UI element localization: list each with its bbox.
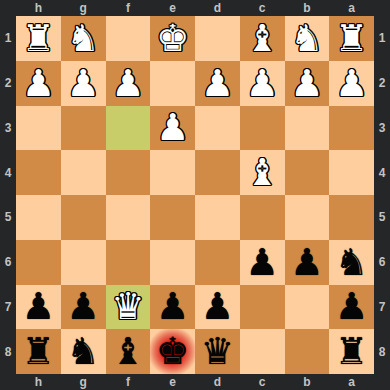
piece-white-pawn-c2[interactable]: ♟ (246, 65, 279, 102)
square-f5[interactable] (106, 195, 151, 240)
piece-white-pawn-d2[interactable]: ♟ (201, 65, 234, 102)
square-f2[interactable]: ♟ (106, 61, 151, 106)
file-label-b: b (285, 374, 330, 390)
piece-black-pawn-b6[interactable]: ♟ (290, 244, 323, 281)
file-labels-top: hgfedcba (16, 0, 374, 16)
rank-label-4: 4 (0, 150, 16, 195)
square-g6[interactable] (61, 240, 106, 285)
square-f7[interactable]: ♛ (106, 285, 151, 330)
chess-board-frame: hgfedcba 12345678 ♜♞♚♝♞♜♟♟♟♟♟♟♟♟♝♟♟♞♟♟♛♟… (0, 0, 390, 390)
square-f1[interactable] (106, 16, 151, 61)
piece-black-pawn-c6[interactable]: ♟ (246, 244, 279, 281)
piece-white-pawn-a2[interactable]: ♟ (335, 65, 368, 102)
square-b8[interactable] (285, 329, 330, 374)
square-a2[interactable]: ♟ (329, 61, 374, 106)
square-a6[interactable]: ♞ (329, 240, 374, 285)
square-c2[interactable]: ♟ (240, 61, 285, 106)
square-b4[interactable] (285, 150, 330, 195)
piece-white-pawn-g2[interactable]: ♟ (67, 65, 100, 102)
square-f6[interactable] (106, 240, 151, 285)
square-d7[interactable]: ♟ (195, 285, 240, 330)
square-d1[interactable] (195, 16, 240, 61)
square-h6[interactable] (16, 240, 61, 285)
rank-labels-left: 12345678 (0, 16, 16, 374)
piece-white-pawn-f2[interactable]: ♟ (111, 65, 144, 102)
file-label-f: f (106, 0, 151, 16)
square-g7[interactable]: ♟ (61, 285, 106, 330)
square-b5[interactable] (285, 195, 330, 240)
file-label-c: c (240, 0, 285, 16)
piece-white-knight-b1[interactable]: ♞ (290, 20, 323, 57)
rank-label-5: 5 (0, 195, 16, 240)
rank-labels-right: 12345678 (374, 16, 390, 374)
square-h1[interactable]: ♜ (16, 16, 61, 61)
piece-black-rook-h8[interactable]: ♜ (22, 333, 55, 370)
piece-black-pawn-d7[interactable]: ♟ (201, 288, 234, 325)
square-d8[interactable]: ♛ (195, 329, 240, 374)
rank-label-6: 6 (374, 240, 390, 285)
rank-label-1: 1 (374, 16, 390, 61)
file-label-c: c (240, 374, 285, 390)
piece-black-pawn-h7[interactable]: ♟ (22, 288, 55, 325)
piece-black-pawn-g7[interactable]: ♟ (67, 288, 100, 325)
rank-label-1: 1 (0, 16, 16, 61)
square-c1[interactable]: ♝ (240, 16, 285, 61)
file-label-h: h (16, 374, 61, 390)
square-d6[interactable] (195, 240, 240, 285)
rank-label-2: 2 (0, 61, 16, 106)
rank-label-6: 6 (0, 240, 16, 285)
square-c3[interactable] (240, 106, 285, 151)
file-label-f: f (106, 374, 151, 390)
rank-label-5: 5 (374, 195, 390, 240)
piece-black-king-e8[interactable]: ♚ (156, 333, 189, 370)
piece-white-king-e1[interactable]: ♚ (156, 20, 189, 57)
rank-label-8: 8 (0, 329, 16, 374)
square-b1[interactable]: ♞ (285, 16, 330, 61)
file-label-b: b (285, 0, 330, 16)
piece-white-pawn-e3[interactable]: ♟ (156, 109, 189, 146)
piece-black-rook-a8[interactable]: ♜ (335, 333, 368, 370)
file-label-e: e (150, 0, 195, 16)
piece-white-pawn-b2[interactable]: ♟ (290, 65, 323, 102)
square-e7[interactable]: ♟ (150, 285, 195, 330)
square-e4[interactable] (150, 150, 195, 195)
piece-black-knight-g8[interactable]: ♞ (67, 333, 100, 370)
square-e1[interactable]: ♚ (150, 16, 195, 61)
rank-label-4: 4 (374, 150, 390, 195)
square-a7[interactable]: ♟ (329, 285, 374, 330)
square-f4[interactable] (106, 150, 151, 195)
square-c6[interactable]: ♟ (240, 240, 285, 285)
file-label-d: d (195, 0, 240, 16)
square-a8[interactable]: ♜ (329, 329, 374, 374)
square-b2[interactable]: ♟ (285, 61, 330, 106)
square-b6[interactable]: ♟ (285, 240, 330, 285)
piece-white-queen-f7[interactable]: ♛ (111, 288, 144, 325)
square-g1[interactable]: ♞ (61, 16, 106, 61)
file-label-d: d (195, 374, 240, 390)
square-f8[interactable]: ♝ (106, 329, 151, 374)
piece-white-knight-g1[interactable]: ♞ (67, 20, 100, 57)
piece-white-bishop-c1[interactable]: ♝ (246, 20, 279, 57)
square-e3[interactable]: ♟ (150, 106, 195, 151)
square-g3[interactable] (61, 106, 106, 151)
square-c4[interactable]: ♝ (240, 150, 285, 195)
square-a4[interactable] (329, 150, 374, 195)
piece-white-bishop-c4[interactable]: ♝ (246, 154, 279, 191)
file-label-a: a (329, 374, 374, 390)
piece-black-pawn-a7[interactable]: ♟ (335, 288, 368, 325)
square-d5[interactable] (195, 195, 240, 240)
square-g4[interactable] (61, 150, 106, 195)
square-d4[interactable] (195, 150, 240, 195)
piece-black-knight-a6[interactable]: ♞ (335, 244, 368, 281)
piece-black-pawn-e7[interactable]: ♟ (156, 288, 189, 325)
square-g8[interactable]: ♞ (61, 329, 106, 374)
square-h3[interactable] (16, 106, 61, 151)
square-d3[interactable] (195, 106, 240, 151)
square-h8[interactable]: ♜ (16, 329, 61, 374)
square-f3[interactable] (106, 106, 151, 151)
square-a5[interactable] (329, 195, 374, 240)
square-e2[interactable] (150, 61, 195, 106)
file-label-e: e (150, 374, 195, 390)
piece-black-queen-d8[interactable]: ♛ (201, 333, 234, 370)
square-a3[interactable] (329, 106, 374, 151)
rank-label-2: 2 (374, 61, 390, 106)
rank-label-3: 3 (374, 106, 390, 151)
file-label-a: a (329, 0, 374, 16)
square-d2[interactable]: ♟ (195, 61, 240, 106)
square-g2[interactable]: ♟ (61, 61, 106, 106)
piece-white-rook-h1[interactable]: ♜ (22, 20, 55, 57)
square-e8[interactable]: ♚ (150, 329, 195, 374)
square-h5[interactable] (16, 195, 61, 240)
rank-label-8: 8 (374, 329, 390, 374)
piece-white-pawn-h2[interactable]: ♟ (22, 65, 55, 102)
board: ♜♞♚♝♞♜♟♟♟♟♟♟♟♟♝♟♟♞♟♟♛♟♟♟♜♞♝♚♛♜ (16, 16, 374, 374)
square-e6[interactable] (150, 240, 195, 285)
square-g5[interactable] (61, 195, 106, 240)
piece-black-bishop-f8[interactable]: ♝ (111, 333, 144, 370)
piece-white-rook-a1[interactable]: ♜ (335, 20, 368, 57)
file-label-g: g (61, 0, 106, 16)
square-c7[interactable] (240, 285, 285, 330)
square-c8[interactable] (240, 329, 285, 374)
rank-label-7: 7 (0, 285, 16, 330)
square-h2[interactable]: ♟ (16, 61, 61, 106)
square-h7[interactable]: ♟ (16, 285, 61, 330)
square-h4[interactable] (16, 150, 61, 195)
file-label-h: h (16, 0, 61, 16)
square-b3[interactable] (285, 106, 330, 151)
rank-label-7: 7 (374, 285, 390, 330)
file-label-g: g (61, 374, 106, 390)
square-c5[interactable] (240, 195, 285, 240)
square-e5[interactable] (150, 195, 195, 240)
square-a1[interactable]: ♜ (329, 16, 374, 61)
file-labels-bottom: hgfedcba (16, 374, 374, 390)
square-b7[interactable] (285, 285, 330, 330)
rank-label-3: 3 (0, 106, 16, 151)
